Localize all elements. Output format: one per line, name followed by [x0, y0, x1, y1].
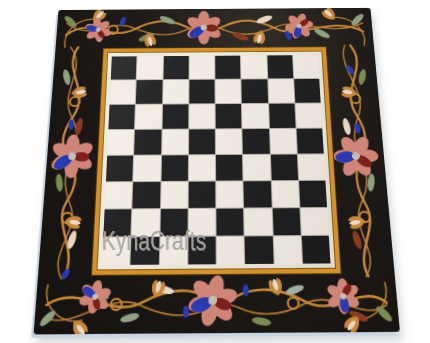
board-square [216, 155, 243, 181]
board-square [271, 181, 299, 207]
board-square [243, 155, 270, 181]
board-square [189, 129, 215, 154]
board-square [216, 129, 242, 154]
board-square [272, 208, 300, 235]
product-photo: KynaCrafts [0, 0, 430, 343]
board-square [242, 79, 268, 103]
board-square [133, 155, 160, 181]
board-square [106, 156, 133, 182]
board-square [215, 56, 240, 79]
board-square [269, 104, 296, 128]
board-square [217, 236, 245, 264]
board-square [296, 129, 323, 154]
board-square [295, 103, 322, 127]
board-square [244, 208, 272, 235]
board-square [245, 236, 273, 264]
board-square [293, 55, 319, 78]
board-square [163, 56, 188, 79]
board-square [294, 79, 321, 103]
board-square [161, 155, 188, 181]
board-square [242, 104, 268, 128]
board-square [135, 105, 161, 129]
board-square [136, 80, 162, 104]
board-square [137, 56, 163, 79]
board-square [107, 130, 134, 155]
board-square [161, 182, 188, 208]
board-square [243, 129, 270, 154]
board-square [134, 130, 161, 155]
board-square [188, 182, 215, 208]
board-square [189, 56, 214, 79]
board-square [189, 80, 215, 104]
board-square [189, 155, 216, 181]
board-square [300, 208, 329, 235]
board-square [108, 105, 135, 129]
board-square [270, 155, 297, 181]
board-square [299, 181, 327, 207]
board-square [216, 104, 242, 128]
watermark: KynaCrafts [102, 228, 206, 255]
board-square [162, 129, 188, 154]
board-square [244, 181, 271, 207]
board-square [267, 55, 293, 78]
board-square [268, 79, 294, 103]
board-square [189, 104, 215, 128]
board-square [216, 209, 243, 236]
board-square [133, 182, 160, 208]
board-square [270, 129, 297, 154]
black-marble-surface [34, 8, 400, 335]
board-square [241, 55, 267, 78]
board-square [110, 80, 136, 104]
chess-table-top [34, 8, 400, 335]
board-square [298, 154, 326, 180]
board-square [215, 80, 241, 104]
board-square [163, 80, 189, 104]
board-square [162, 104, 188, 128]
board-square [273, 236, 302, 264]
board-square [105, 182, 133, 208]
board-square [111, 56, 137, 79]
board-square [216, 181, 243, 207]
board-square [302, 236, 331, 264]
